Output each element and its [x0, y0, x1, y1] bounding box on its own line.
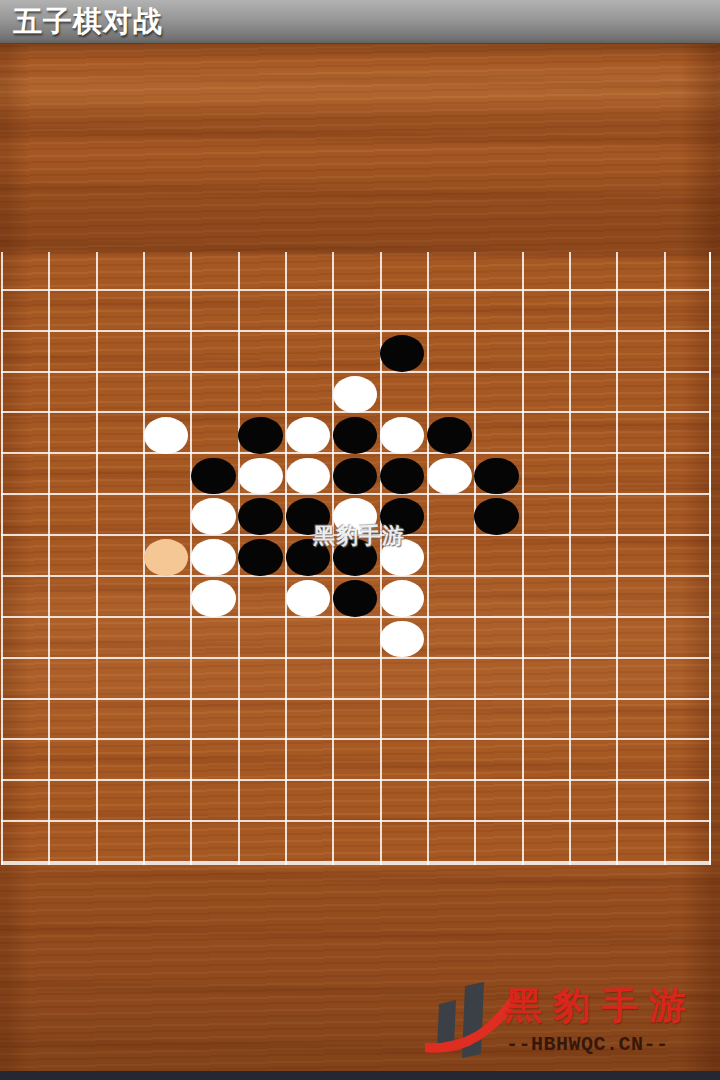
board-cell-12-12[interactable] [567, 741, 614, 782]
board-cell-8-12[interactable] [379, 741, 426, 782]
black-stone [427, 417, 471, 454]
board-cell-12-1[interactable] [567, 293, 614, 334]
board-cell-10-8[interactable] [473, 578, 520, 619]
board-cell-14-13[interactable] [662, 782, 709, 823]
board-cell-3-12[interactable] [143, 741, 190, 782]
board-cell-1-0[interactable] [48, 252, 95, 293]
board-cell-6-2[interactable] [284, 333, 331, 374]
gomoku-board[interactable] [1, 252, 711, 865]
board-cell-5-2[interactable] [237, 333, 284, 374]
board-cell-6-3[interactable] [284, 374, 331, 415]
board-cell-5-11[interactable] [237, 700, 284, 741]
board-cell-4-2[interactable] [190, 333, 237, 374]
board-cell-11-9[interactable] [520, 619, 567, 660]
board-cell-10-1[interactable] [473, 293, 520, 334]
board-cell-1-11[interactable] [48, 700, 95, 741]
board-cell-1-6[interactable] [48, 496, 95, 537]
board-cell-7-10[interactable] [331, 659, 378, 700]
board-cell-11-12[interactable] [520, 741, 567, 782]
board-cell-14-0[interactable] [662, 252, 709, 293]
board-cell-9-0[interactable] [426, 252, 473, 293]
board-cell-5-8[interactable] [237, 578, 284, 619]
board-cell-10-11[interactable] [473, 700, 520, 741]
board-cell-4-9[interactable] [190, 619, 237, 660]
board-cell-14-7[interactable] [662, 537, 709, 578]
board-cell-10-14[interactable] [473, 822, 520, 863]
board-cell-8-14[interactable] [379, 822, 426, 863]
board-cell-10-6[interactable] [473, 496, 520, 537]
board-cell-1-9[interactable] [48, 619, 95, 660]
board-cell-2-6[interactable] [95, 496, 142, 537]
board-cell-13-10[interactable] [615, 659, 662, 700]
board-cell-2-12[interactable] [95, 741, 142, 782]
black-stone [380, 458, 424, 495]
board-cell-11-10[interactable] [520, 659, 567, 700]
board-cell-10-10[interactable] [473, 659, 520, 700]
board-cell-10-0[interactable] [473, 252, 520, 293]
board-cell-3-13[interactable] [143, 782, 190, 823]
board-cell-1-1[interactable] [48, 293, 95, 334]
board-cell-11-8[interactable] [520, 578, 567, 619]
board-cell-11-3[interactable] [520, 374, 567, 415]
board-cell-5-7[interactable] [237, 537, 284, 578]
app-title: 五子棋对战 [0, 0, 163, 43]
board-cell-3-0[interactable] [143, 252, 190, 293]
board-cell-8-0[interactable] [379, 252, 426, 293]
board-cell-6-10[interactable] [284, 659, 331, 700]
board-cell-14-12[interactable] [662, 741, 709, 782]
board-cell-9-6[interactable] [426, 496, 473, 537]
black-stone [474, 458, 518, 495]
board-cell-9-14[interactable] [426, 822, 473, 863]
board-cell-2-7[interactable] [95, 537, 142, 578]
board-cell-14-4[interactable] [662, 415, 709, 456]
board-cell-1-3[interactable] [48, 374, 95, 415]
board-cell-4-3[interactable] [190, 374, 237, 415]
board-cell-2-0[interactable] [95, 252, 142, 293]
board-cell-5-10[interactable] [237, 659, 284, 700]
white-stone [380, 417, 424, 454]
board-cell-9-2[interactable] [426, 333, 473, 374]
board-cell-12-8[interactable] [567, 578, 614, 619]
board-cell-3-5[interactable] [143, 456, 190, 497]
board-cell-11-14[interactable] [520, 822, 567, 863]
board-cell-8-3[interactable] [379, 374, 426, 415]
white-stone [191, 539, 235, 576]
board-cell-0-5[interactable] [1, 456, 48, 497]
board-cell-14-2[interactable] [662, 333, 709, 374]
board-cell-13-0[interactable] [615, 252, 662, 293]
board-cell-12-10[interactable] [567, 659, 614, 700]
board-cell-12-0[interactable] [567, 252, 614, 293]
board-cell-0-3[interactable] [1, 374, 48, 415]
board-cell-13-4[interactable] [615, 415, 662, 456]
board-cell-7-4[interactable] [331, 415, 378, 456]
board-cell-14-1[interactable] [662, 293, 709, 334]
board-cell-11-7[interactable] [520, 537, 567, 578]
board-cell-4-0[interactable] [190, 252, 237, 293]
board-cell-8-11[interactable] [379, 700, 426, 741]
board-cell-12-11[interactable] [567, 700, 614, 741]
board-cell-7-0[interactable] [331, 252, 378, 293]
board-cell-13-13[interactable] [615, 782, 662, 823]
board-cell-8-10[interactable] [379, 659, 426, 700]
board-cell-2-1[interactable] [95, 293, 142, 334]
board-cell-3-2[interactable] [143, 333, 190, 374]
board-cell-0-8[interactable] [1, 578, 48, 619]
board-cell-2-4[interactable] [95, 415, 142, 456]
board-cell-2-2[interactable] [95, 333, 142, 374]
title-bar: 五子棋对战 [0, 0, 720, 44]
board-cell-3-3[interactable] [143, 374, 190, 415]
board-cell-0-6[interactable] [1, 496, 48, 537]
board-cell-5-4[interactable] [237, 415, 284, 456]
white-stone [286, 417, 330, 454]
board-cell-8-2[interactable] [379, 333, 426, 374]
board-cell-6-9[interactable] [284, 619, 331, 660]
board-cell-3-6[interactable] [143, 496, 190, 537]
board-cell-2-5[interactable] [95, 456, 142, 497]
board-cell-8-9[interactable] [379, 619, 426, 660]
board-cell-8-5[interactable] [379, 456, 426, 497]
board-cell-13-3[interactable] [615, 374, 662, 415]
board-cell-8-4[interactable] [379, 415, 426, 456]
board-cell-5-13[interactable] [237, 782, 284, 823]
board-cell-12-2[interactable] [567, 333, 614, 374]
board-cell-4-8[interactable] [190, 578, 237, 619]
white-stone [191, 580, 235, 617]
board-cell-1-13[interactable] [48, 782, 95, 823]
board-cell-7-2[interactable] [331, 333, 378, 374]
board-cell-8-1[interactable] [379, 293, 426, 334]
board-cell-9-3[interactable] [426, 374, 473, 415]
board-cell-9-4[interactable] [426, 415, 473, 456]
board-cell-1-12[interactable] [48, 741, 95, 782]
white-stone [427, 458, 471, 495]
brand-site: --HBHWQC.CN-- [506, 1033, 669, 1056]
board-cell-13-1[interactable] [615, 293, 662, 334]
board-cell-13-7[interactable] [615, 537, 662, 578]
board-cell-12-7[interactable] [567, 537, 614, 578]
board-cell-13-2[interactable] [615, 333, 662, 374]
board-cell-0-9[interactable] [1, 619, 48, 660]
board-cell-1-8[interactable] [48, 578, 95, 619]
board-cell-1-10[interactable] [48, 659, 95, 700]
board-cell-4-1[interactable] [190, 293, 237, 334]
board-cell-11-6[interactable] [520, 496, 567, 537]
board-cell-9-13[interactable] [426, 782, 473, 823]
board-cell-13-9[interactable] [615, 619, 662, 660]
board-cell-13-5[interactable] [615, 456, 662, 497]
board-cell-12-13[interactable] [567, 782, 614, 823]
board-cell-7-11[interactable] [331, 700, 378, 741]
board-cell-4-12[interactable] [190, 741, 237, 782]
board-cell-7-9[interactable] [331, 619, 378, 660]
board-cell-14-3[interactable] [662, 374, 709, 415]
board-cell-13-8[interactable] [615, 578, 662, 619]
board-cell-10-7[interactable] [473, 537, 520, 578]
board-cell-1-5[interactable] [48, 456, 95, 497]
board-cell-2-11[interactable] [95, 700, 142, 741]
board-cell-11-5[interactable] [520, 456, 567, 497]
board-cell-0-10[interactable] [1, 659, 48, 700]
black-stone [238, 417, 282, 454]
board-cell-14-14[interactable] [662, 822, 709, 863]
board-cell-9-1[interactable] [426, 293, 473, 334]
board-cell-4-11[interactable] [190, 700, 237, 741]
last-move-stone [144, 539, 188, 576]
board-cell-1-14[interactable] [48, 822, 95, 863]
board-cell-12-9[interactable] [567, 619, 614, 660]
board-cell-4-14[interactable] [190, 822, 237, 863]
board-cell-9-5[interactable] [426, 456, 473, 497]
board-cell-9-11[interactable] [426, 700, 473, 741]
board-cell-5-0[interactable] [237, 252, 284, 293]
board-cell-4-4[interactable] [190, 415, 237, 456]
board-cell-3-1[interactable] [143, 293, 190, 334]
board-cell-13-12[interactable] [615, 741, 662, 782]
board-cell-0-11[interactable] [1, 700, 48, 741]
board-cell-6-8[interactable] [284, 578, 331, 619]
black-stone [238, 539, 282, 576]
brand-name: 黑豹手游 [505, 981, 715, 1031]
board-cell-3-4[interactable] [143, 415, 190, 456]
board-cell-10-12[interactable] [473, 741, 520, 782]
board-cell-11-11[interactable] [520, 700, 567, 741]
board-cell-2-13[interactable] [95, 782, 142, 823]
black-stone [238, 498, 282, 535]
board-cell-11-4[interactable] [520, 415, 567, 456]
board-cell-3-11[interactable] [143, 700, 190, 741]
board-cell-14-9[interactable] [662, 619, 709, 660]
board-cell-7-13[interactable] [331, 782, 378, 823]
board-cell-4-7[interactable] [190, 537, 237, 578]
board-cell-2-9[interactable] [95, 619, 142, 660]
board-cell-11-13[interactable] [520, 782, 567, 823]
board-cell-0-12[interactable] [1, 741, 48, 782]
board-cell-3-14[interactable] [143, 822, 190, 863]
board-cell-1-2[interactable] [48, 333, 95, 374]
board-cell-6-1[interactable] [284, 293, 331, 334]
board-cell-1-7[interactable] [48, 537, 95, 578]
black-stone [191, 458, 235, 495]
board-cell-10-5[interactable] [473, 456, 520, 497]
board-cell-6-4[interactable] [284, 415, 331, 456]
board-cell-2-10[interactable] [95, 659, 142, 700]
board-cell-7-1[interactable] [331, 293, 378, 334]
board-cell-5-12[interactable] [237, 741, 284, 782]
board-cell-5-9[interactable] [237, 619, 284, 660]
board-cell-6-11[interactable] [284, 700, 331, 741]
board-cell-0-0[interactable] [1, 252, 48, 293]
board-cell-5-6[interactable] [237, 496, 284, 537]
board-cell-1-4[interactable] [48, 415, 95, 456]
board-cell-7-12[interactable] [331, 741, 378, 782]
white-stone [191, 498, 235, 535]
board-cell-3-8[interactable] [143, 578, 190, 619]
board-cell-0-1[interactable] [1, 293, 48, 334]
board-cell-11-1[interactable] [520, 293, 567, 334]
board-cell-12-5[interactable] [567, 456, 614, 497]
board-cell-9-12[interactable] [426, 741, 473, 782]
bottom-strip [0, 1071, 720, 1080]
board-cell-3-7[interactable] [143, 537, 190, 578]
board-cell-2-14[interactable] [95, 822, 142, 863]
white-stone [380, 621, 424, 658]
black-stone [474, 498, 518, 535]
board-cell-12-14[interactable] [567, 822, 614, 863]
board-cell-6-12[interactable] [284, 741, 331, 782]
board-cell-8-8[interactable] [379, 578, 426, 619]
board-cell-9-7[interactable] [426, 537, 473, 578]
board-cell-12-4[interactable] [567, 415, 614, 456]
board-cell-2-8[interactable] [95, 578, 142, 619]
board-cell-14-5[interactable] [662, 456, 709, 497]
black-stone [380, 335, 424, 372]
black-stone [333, 580, 377, 617]
board-cell-11-2[interactable] [520, 333, 567, 374]
board-cell-13-6[interactable] [615, 496, 662, 537]
board-cell-4-6[interactable] [190, 496, 237, 537]
board-cell-12-3[interactable] [567, 374, 614, 415]
board-cell-9-10[interactable] [426, 659, 473, 700]
board-cell-10-4[interactable] [473, 415, 520, 456]
black-stone [333, 417, 377, 454]
board-cell-14-10[interactable] [662, 659, 709, 700]
board-cell-10-2[interactable] [473, 333, 520, 374]
board-cell-6-13[interactable] [284, 782, 331, 823]
board-cell-14-8[interactable] [662, 578, 709, 619]
board-cell-4-5[interactable] [190, 456, 237, 497]
board-cell-3-9[interactable] [143, 619, 190, 660]
white-stone [286, 458, 330, 495]
board-cell-5-1[interactable] [237, 293, 284, 334]
white-stone [380, 580, 424, 617]
board-cell-4-13[interactable] [190, 782, 237, 823]
board-cell-4-10[interactable] [190, 659, 237, 700]
game-screen: 五子棋对战 黑豹手游 黑豹手游 --HBHWQC.CN-- [0, 0, 720, 1080]
board-cell-9-8[interactable] [426, 578, 473, 619]
board-cell-12-6[interactable] [567, 496, 614, 537]
board-cell-14-6[interactable] [662, 496, 709, 537]
board-cell-9-9[interactable] [426, 619, 473, 660]
board-cell-6-14[interactable] [284, 822, 331, 863]
white-stone [144, 417, 188, 454]
board-cell-5-14[interactable] [237, 822, 284, 863]
board-cell-2-3[interactable] [95, 374, 142, 415]
board-cell-6-0[interactable] [284, 252, 331, 293]
board-cell-10-9[interactable] [473, 619, 520, 660]
board-cell-0-7[interactable] [1, 537, 48, 578]
board-cell-0-2[interactable] [1, 333, 48, 374]
board-cell-13-11[interactable] [615, 700, 662, 741]
board-cell-10-3[interactable] [473, 374, 520, 415]
board-cell-7-14[interactable] [331, 822, 378, 863]
board-cell-7-3[interactable] [331, 374, 378, 415]
board-watermark: 黑豹手游 [313, 521, 405, 551]
board-cell-0-13[interactable] [1, 782, 48, 823]
white-stone [286, 580, 330, 617]
white-stone [333, 376, 377, 413]
board-cell-5-3[interactable] [237, 374, 284, 415]
board-cell-14-11[interactable] [662, 700, 709, 741]
board-cell-8-13[interactable] [379, 782, 426, 823]
board-cell-0-4[interactable] [1, 415, 48, 456]
board-cell-10-13[interactable] [473, 782, 520, 823]
board-cell-0-14[interactable] [1, 822, 48, 863]
white-stone [238, 458, 282, 495]
black-stone [333, 458, 377, 495]
board-cell-7-8[interactable] [331, 578, 378, 619]
board-cell-5-5[interactable] [237, 456, 284, 497]
board-cell-3-10[interactable] [143, 659, 190, 700]
board-cell-11-0[interactable] [520, 252, 567, 293]
board-cell-13-14[interactable] [615, 822, 662, 863]
board-cell-6-5[interactable] [284, 456, 331, 497]
board-cell-7-5[interactable] [331, 456, 378, 497]
